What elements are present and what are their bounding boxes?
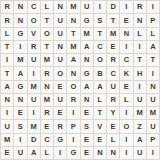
grid-cell[interactable]: N	[81, 94, 93, 106]
grid-cell[interactable]: M	[14, 54, 26, 66]
grid-cell[interactable]: I	[147, 147, 159, 159]
grid-cell[interactable]: M	[1, 134, 13, 146]
grid-cell[interactable]: E	[120, 14, 132, 26]
grid-cell[interactable]: R	[28, 41, 40, 53]
grid-cell[interactable]: R	[1, 1, 13, 13]
grid-cell[interactable]: M	[28, 120, 40, 132]
grid-cell[interactable]: E	[1, 147, 13, 159]
grid-cell[interactable]: E	[41, 120, 53, 132]
grid-cell[interactable]: I	[54, 147, 66, 159]
grid-cell[interactable]: L	[41, 147, 53, 159]
grid-cell[interactable]: A	[1, 81, 13, 93]
grid-cell[interactable]: C	[28, 1, 40, 13]
grid-cell[interactable]: Y	[107, 107, 119, 119]
grid-cell[interactable]: G	[67, 147, 79, 159]
word-search-board: RNCLNMUIDIRIRNOTUNGSTENPLGVOUTMTMNLLTIRT…	[0, 0, 160, 160]
grid-cell[interactable]: G	[81, 14, 93, 26]
grid-cell[interactable]: T	[41, 14, 53, 26]
grid-cell[interactable]: I	[1, 107, 13, 119]
grid-cell[interactable]: U	[54, 28, 66, 40]
grid-cell[interactable]: N	[1, 94, 13, 106]
grid-cell[interactable]: A	[94, 81, 106, 93]
grid-cell[interactable]: A	[28, 147, 40, 159]
grid-cell[interactable]: L	[107, 134, 119, 146]
grid-cell[interactable]: L	[120, 94, 132, 106]
grid-cell[interactable]: U	[28, 94, 40, 106]
grid-cell[interactable]: E	[94, 134, 106, 146]
grid-cell[interactable]: N	[67, 67, 79, 79]
grid-cell[interactable]: M	[107, 28, 119, 40]
grid-cell[interactable]: N	[147, 81, 159, 93]
grid-cell[interactable]: N	[94, 147, 106, 159]
grid-cell[interactable]: N	[41, 81, 53, 93]
grid-cell[interactable]: U	[54, 54, 66, 66]
grid-cell[interactable]: R	[1, 14, 13, 26]
grid-cell[interactable]: O	[94, 54, 106, 66]
grid-cell[interactable]: R	[41, 67, 53, 79]
grid-cell[interactable]: E	[81, 147, 93, 159]
grid-cell[interactable]: N	[120, 28, 132, 40]
grid-cell[interactable]: R	[54, 120, 66, 132]
grid-cell[interactable]: T	[67, 28, 79, 40]
grid-cell[interactable]: D	[107, 1, 119, 13]
grid-cell[interactable]: O	[120, 120, 132, 132]
grid-cell[interactable]: L	[147, 28, 159, 40]
grid-cell[interactable]: S	[14, 120, 26, 132]
grid-cell[interactable]: T	[41, 41, 53, 53]
grid-cell[interactable]: N	[54, 41, 66, 53]
grid-cell[interactable]: A	[81, 81, 93, 93]
grid-cell[interactable]: T	[94, 107, 106, 119]
grid-cell[interactable]: P	[147, 134, 159, 146]
grid-cell[interactable]: R	[134, 1, 146, 13]
grid-cell[interactable]: C	[94, 41, 106, 53]
grid-cell[interactable]: V	[28, 28, 40, 40]
grid-cell[interactable]: E	[107, 41, 119, 53]
grid-cell[interactable]: N	[14, 1, 26, 13]
grid-cell[interactable]: V	[94, 120, 106, 132]
grid-cell[interactable]: N	[67, 14, 79, 26]
grid-cell[interactable]: I	[134, 81, 146, 93]
grid-cell[interactable]: M	[147, 107, 159, 119]
grid-cell[interactable]: G	[14, 28, 26, 40]
grid-cell[interactable]: S	[81, 120, 93, 132]
grid-cell[interactable]: E	[81, 134, 93, 146]
grid-cell[interactable]: C	[41, 134, 53, 146]
grid-cell[interactable]: C	[120, 54, 132, 66]
grid-cell[interactable]: Z	[134, 120, 146, 132]
grid-cell[interactable]: I	[14, 134, 26, 146]
grid-cell[interactable]: I	[28, 107, 40, 119]
grid-cell[interactable]: I	[67, 134, 79, 146]
grid-cell[interactable]: I	[147, 1, 159, 13]
grid-cell[interactable]: I	[1, 54, 13, 66]
grid-cell[interactable]: E	[54, 81, 66, 93]
grid-cell[interactable]: I	[14, 41, 26, 53]
grid-cell[interactable]: E	[120, 81, 132, 93]
grid-cell[interactable]: N	[14, 14, 26, 26]
grid-cell[interactable]: U	[54, 14, 66, 26]
grid-cell[interactable]: I	[28, 67, 40, 79]
grid-cell[interactable]: A	[67, 54, 79, 66]
grid-cell[interactable]: N	[81, 54, 93, 66]
grid-cell[interactable]: T	[1, 41, 13, 53]
grid-cell[interactable]: I	[67, 107, 79, 119]
grid-cell[interactable]: E	[107, 120, 119, 132]
grid-cell[interactable]: E	[54, 107, 66, 119]
grid-cell[interactable]: L	[41, 1, 53, 13]
grid-cell[interactable]: U	[147, 120, 159, 132]
grid-cell[interactable]: I	[120, 147, 132, 159]
grid-cell[interactable]: A	[14, 67, 26, 79]
grid-cell[interactable]: O	[28, 14, 40, 26]
grid-cell[interactable]: C	[107, 67, 119, 79]
grid-cell[interactable]: U	[81, 1, 93, 13]
grid-cell[interactable]: U	[1, 120, 13, 132]
grid-cell[interactable]: E	[81, 107, 93, 119]
grid-cell[interactable]: H	[134, 67, 146, 79]
grid-cell[interactable]: M	[41, 54, 53, 66]
grid-cell[interactable]: I	[147, 67, 159, 79]
grid-cell[interactable]: P	[147, 14, 159, 26]
grid-cell[interactable]: K	[120, 67, 132, 79]
grid-cell[interactable]: M	[41, 94, 53, 106]
grid-cell[interactable]: U	[28, 54, 40, 66]
grid-cell[interactable]: U	[134, 94, 146, 106]
grid-cell[interactable]: L	[1, 28, 13, 40]
grid-cell[interactable]: I	[120, 41, 132, 53]
grid-cell[interactable]: U	[147, 94, 159, 106]
grid-cell[interactable]: U	[54, 94, 66, 106]
grid-cell[interactable]: O	[54, 67, 66, 79]
grid-cell[interactable]: G	[81, 67, 93, 79]
grid-cell[interactable]: U	[107, 81, 119, 93]
grid-cell[interactable]: I	[134, 41, 146, 53]
grid-cell[interactable]: O	[67, 81, 79, 93]
grid-cell[interactable]: P	[67, 120, 79, 132]
grid-cell[interactable]: N	[54, 1, 66, 13]
grid-cell[interactable]: T	[147, 54, 159, 66]
grid-cell[interactable]: R	[41, 107, 53, 119]
grid-cell[interactable]: U	[134, 147, 146, 159]
grid-cell[interactable]: M	[67, 41, 79, 53]
grid-cell[interactable]: M	[134, 107, 146, 119]
grid-cell[interactable]: A	[81, 41, 93, 53]
grid-cell[interactable]: M	[81, 28, 93, 40]
grid-cell[interactable]: M	[67, 1, 79, 13]
grid-cell[interactable]: I	[120, 107, 132, 119]
grid-cell[interactable]: L	[94, 94, 106, 106]
grid-cell[interactable]: U	[14, 147, 26, 159]
grid-cell[interactable]: M	[28, 81, 40, 93]
grid-cell[interactable]: T	[1, 67, 13, 79]
grid-cell[interactable]: A	[134, 134, 146, 146]
grid-cell[interactable]: G	[54, 134, 66, 146]
grid-cell[interactable]: E	[14, 107, 26, 119]
grid-cell[interactable]: D	[28, 134, 40, 146]
grid-cell[interactable]: G	[14, 81, 26, 93]
grid-cell[interactable]: T	[94, 28, 106, 40]
grid-cell[interactable]: A	[147, 41, 159, 53]
grid-cell[interactable]: I	[120, 1, 132, 13]
grid-cell[interactable]: N	[134, 14, 146, 26]
grid-cell[interactable]: N	[107, 147, 119, 159]
grid-cell[interactable]: O	[41, 28, 53, 40]
grid-cell[interactable]: L	[134, 28, 146, 40]
grid-cell[interactable]: T	[134, 54, 146, 66]
grid-cell[interactable]: R	[67, 94, 79, 106]
grid-cell[interactable]: I	[120, 134, 132, 146]
grid-cell[interactable]: S	[94, 14, 106, 26]
grid-cell[interactable]: I	[94, 1, 106, 13]
grid-cell[interactable]: N	[14, 94, 26, 106]
grid-cell[interactable]: B	[94, 67, 106, 79]
grid-cell[interactable]: R	[107, 94, 119, 106]
grid-cell[interactable]: R	[107, 54, 119, 66]
grid-cell[interactable]: T	[107, 14, 119, 26]
